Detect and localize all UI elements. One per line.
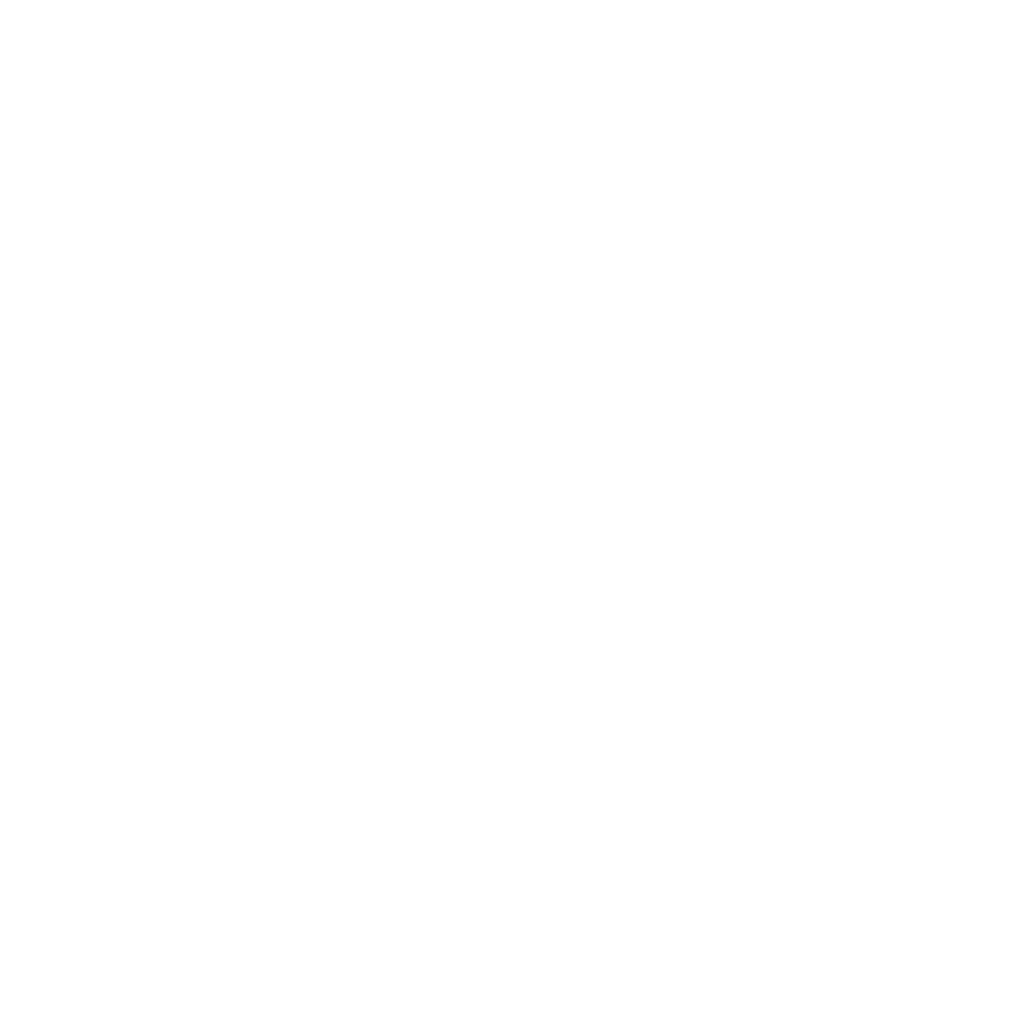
checkers-board-photo — [0, 0, 1024, 1024]
product-photo — [0, 0, 1024, 1024]
